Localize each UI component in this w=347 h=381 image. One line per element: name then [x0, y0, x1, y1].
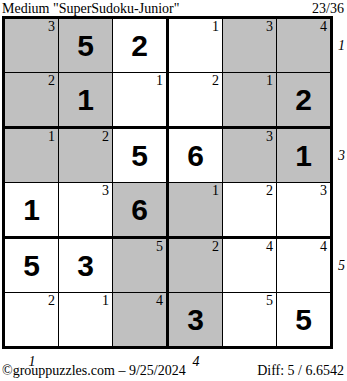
cell-r6c6[interactable]: 5 [277, 293, 330, 346]
cell-r3c1[interactable]: 1 [5, 129, 59, 183]
corner-clue: 2 [48, 293, 55, 308]
cell-r5c6[interactable]: 4 [277, 239, 330, 293]
given-digit: 1 [23, 195, 40, 225]
corner-clue: 3 [266, 129, 273, 144]
given-digit: 6 [131, 195, 148, 225]
given-digit: 5 [131, 141, 148, 171]
corner-clue: 3 [320, 183, 327, 198]
header: Medium "SuperSudoku-Junior" 23/36 [0, 0, 347, 16]
given-digit: 6 [187, 141, 204, 171]
cell-r4c5[interactable]: 2 [223, 183, 277, 239]
corner-clue: 4 [156, 293, 163, 308]
corner-clue: 1 [48, 129, 55, 144]
cell-r1c1[interactable]: 3 [5, 19, 59, 73]
col-label-4: 4 [193, 354, 200, 370]
cell-r6c5[interactable]: 5 [223, 293, 277, 346]
clue-counter: 23/36 [312, 1, 344, 17]
cell-r4c4[interactable]: 1 [169, 183, 223, 239]
corner-clue: 2 [48, 73, 55, 88]
given-digit: 5 [23, 251, 40, 281]
cell-r4c6[interactable]: 3 [277, 183, 330, 239]
cell-r3c4[interactable]: 6 [169, 129, 223, 183]
row-label-3: 3 [338, 148, 345, 164]
given-digit: 1 [295, 141, 312, 171]
cell-r1c4[interactable]: 1 [169, 19, 223, 73]
given-digit: 5 [77, 31, 94, 61]
cell-r6c2[interactable]: 1 [59, 293, 113, 346]
given-digit: 5 [295, 305, 312, 335]
corner-clue: 2 [212, 73, 219, 88]
cell-r2c6[interactable]: 2 [277, 73, 330, 129]
corner-clue: 4 [320, 19, 327, 34]
cell-r1c3[interactable]: 2 [113, 19, 169, 73]
corner-clue: 2 [212, 239, 219, 254]
given-digit: 2 [295, 85, 312, 115]
footer: ©grouppuzzles.com – 9/25/2024 Diff: 5 / … [0, 362, 347, 379]
cell-r4c3[interactable]: 6 [113, 183, 169, 239]
sudoku-board: 352134211212125631136123535244214355 [2, 16, 333, 349]
cell-r3c2[interactable]: 2 [59, 129, 113, 183]
cell-r3c5[interactable]: 3 [223, 129, 277, 183]
board-wrap: 352134211212125631136123535244214355 135… [2, 16, 347, 362]
row-label-1: 1 [338, 38, 345, 54]
cell-r1c2[interactable]: 5 [59, 19, 113, 73]
cell-r2c4[interactable]: 2 [169, 73, 223, 129]
corner-clue: 2 [266, 183, 273, 198]
corner-clue: 3 [48, 19, 55, 34]
cell-r2c1[interactable]: 2 [5, 73, 59, 129]
corner-clue: 5 [266, 293, 273, 308]
corner-clue: 4 [320, 239, 327, 254]
corner-clue: 1 [212, 19, 219, 34]
corner-clue: 3 [102, 183, 109, 198]
difficulty-text: Diff: 5 / 6.6542 [257, 363, 344, 379]
corner-clue: 1 [156, 73, 163, 88]
cell-r1c6[interactable]: 4 [277, 19, 330, 73]
cell-r5c1[interactable]: 5 [5, 239, 59, 293]
corner-clue: 1 [212, 183, 219, 198]
corner-clue: 2 [102, 129, 109, 144]
corner-clue: 1 [266, 73, 273, 88]
corner-clue: 1 [102, 293, 109, 308]
cell-r3c6[interactable]: 1 [277, 129, 330, 183]
given-digit: 3 [77, 251, 94, 281]
cell-r2c3[interactable]: 1 [113, 73, 169, 129]
corner-clue: 5 [156, 239, 163, 254]
cell-r5c2[interactable]: 3 [59, 239, 113, 293]
cell-r3c3[interactable]: 5 [113, 129, 169, 183]
corner-clue: 3 [266, 19, 273, 34]
puzzle-title: Medium "SuperSudoku-Junior" [2, 1, 179, 17]
cell-r5c4[interactable]: 2 [169, 239, 223, 293]
cell-r6c4[interactable]: 3 [169, 293, 223, 346]
given-digit: 2 [131, 31, 148, 61]
cell-r2c2[interactable]: 1 [59, 73, 113, 129]
given-digit: 1 [77, 85, 94, 115]
cell-r6c3[interactable]: 4 [113, 293, 169, 346]
cell-r1c5[interactable]: 3 [223, 19, 277, 73]
cell-r4c1[interactable]: 1 [5, 183, 59, 239]
cell-r6c1[interactable]: 2 [5, 293, 59, 346]
given-digit: 3 [187, 305, 204, 335]
cell-r2c5[interactable]: 1 [223, 73, 277, 129]
row-label-5: 5 [338, 258, 345, 274]
corner-clue: 4 [266, 239, 273, 254]
cell-r5c3[interactable]: 5 [113, 239, 169, 293]
cell-r5c5[interactable]: 4 [223, 239, 277, 293]
cell-r4c2[interactable]: 3 [59, 183, 113, 239]
col-label-1: 1 [29, 354, 36, 370]
